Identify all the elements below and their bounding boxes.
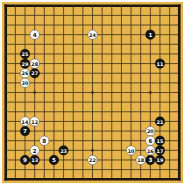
stone-white-10: 10 — [126, 146, 135, 155]
stone-white-12: 12 — [30, 117, 39, 126]
stone-black-7: 7 — [20, 126, 29, 135]
stone-black-11: 11 — [155, 59, 164, 68]
stone-white-28: 28 — [30, 59, 39, 68]
stone-black-9: 9 — [20, 155, 29, 164]
stone-white-26: 26 — [20, 69, 29, 78]
move-number: 12 — [31, 119, 38, 125]
move-number: 7 — [23, 128, 27, 134]
move-number: 8 — [42, 138, 46, 144]
move-number: 11 — [157, 61, 164, 67]
stone-black-13: 13 — [30, 155, 39, 164]
stone-black-27: 27 — [30, 69, 39, 78]
stone-white-20: 20 — [146, 126, 155, 135]
move-number: 3 — [148, 157, 152, 163]
move-number: 4 — [33, 32, 37, 38]
move-number: 13 — [31, 157, 38, 163]
star-point — [91, 149, 93, 151]
move-number: 17 — [157, 148, 164, 154]
star-point — [91, 91, 93, 93]
stone-black-1: 1 — [146, 30, 155, 39]
go-diagram: 1234567891011121314151617181920212223242… — [0, 0, 185, 185]
stone-black-17: 17 — [155, 146, 164, 155]
stone-black-23: 23 — [59, 146, 68, 155]
stone-black-21: 21 — [155, 117, 164, 126]
star-point — [33, 91, 35, 93]
move-number: 22 — [89, 157, 96, 163]
stone-white-22: 22 — [88, 155, 97, 164]
move-number: 10 — [128, 148, 135, 154]
stone-black-29: 29 — [20, 59, 29, 68]
stone-white-18: 18 — [136, 155, 145, 164]
stone-white-6: 6 — [146, 136, 155, 145]
stone-black-5: 5 — [49, 155, 58, 164]
move-number: 25 — [22, 51, 29, 57]
move-number: 23 — [60, 148, 67, 154]
stone-black-25: 25 — [20, 49, 29, 58]
stone-white-16: 16 — [146, 146, 155, 155]
move-number: 24 — [89, 32, 96, 38]
move-number: 9 — [23, 157, 27, 163]
move-number: 18 — [137, 157, 144, 163]
move-number: 21 — [157, 119, 164, 125]
stone-white-24: 24 — [88, 30, 97, 39]
move-number: 5 — [52, 157, 56, 163]
move-number: 20 — [147, 128, 154, 134]
move-number: 27 — [31, 70, 38, 76]
stone-black-3: 3 — [146, 155, 155, 164]
stone-white-8: 8 — [40, 136, 49, 145]
stone-white-2: 2 — [30, 146, 39, 155]
move-number: 16 — [147, 148, 154, 154]
move-number: 14 — [22, 119, 29, 125]
move-number: 19 — [157, 157, 164, 163]
move-number: 26 — [22, 70, 29, 76]
move-number: 1 — [148, 32, 152, 38]
move-number: 30 — [22, 80, 29, 86]
stone-black-15: 15 — [155, 136, 164, 145]
move-number: 28 — [31, 61, 38, 67]
stone-white-30: 30 — [20, 78, 29, 87]
stone-black-19: 19 — [155, 155, 164, 164]
stone-white-4: 4 — [30, 30, 39, 39]
stone-white-14: 14 — [20, 117, 29, 126]
move-number: 6 — [148, 138, 152, 144]
move-number: 2 — [33, 148, 37, 154]
move-number: 29 — [22, 61, 29, 67]
star-point — [149, 91, 151, 93]
go-board[interactable]: 1234567891011121314151617181920212223242… — [0, 0, 185, 185]
move-number: 15 — [157, 138, 164, 144]
